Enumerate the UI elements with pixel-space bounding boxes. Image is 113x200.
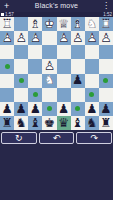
square-f1[interactable]: ♝♗: [28, 17, 42, 31]
white-rook-outline: ♖: [99, 17, 113, 31]
black-knight: ♞: [14, 116, 28, 130]
square-f3[interactable]: [28, 45, 42, 59]
square-b5[interactable]: [85, 74, 99, 88]
white-pawn-outline: ♙: [57, 31, 71, 45]
black-pawn: ♟: [99, 102, 113, 116]
square-d6[interactable]: [57, 88, 71, 102]
white-king-outline: ♔: [42, 17, 56, 31]
white-pawn-outline: ♙: [99, 31, 113, 45]
square-h6[interactable]: [0, 88, 14, 102]
toolbar: ↻ ↶ ↷: [0, 132, 113, 144]
restart-icon: ↻: [15, 134, 23, 143]
square-f6[interactable]: [28, 88, 42, 102]
square-c2[interactable]: ♟♙: [71, 31, 85, 45]
square-b2[interactable]: ♟♙: [85, 31, 99, 45]
square-f8[interactable]: ♝: [28, 116, 42, 130]
black-queen: ♛: [57, 116, 71, 130]
legal-move-dot[interactable]: [75, 106, 80, 111]
square-c7[interactable]: [71, 102, 85, 116]
square-c1[interactable]: ♝♗: [71, 17, 85, 31]
square-h3[interactable]: [0, 45, 14, 59]
square-b3[interactable]: [85, 45, 99, 59]
redo-icon: ↷: [90, 134, 98, 143]
legal-move-dot[interactable]: [33, 92, 38, 97]
black-pawn: ♟: [14, 102, 28, 116]
square-h5[interactable]: [0, 74, 14, 88]
white-pawn-outline: ♙: [85, 31, 99, 45]
square-d3[interactable]: [57, 45, 71, 59]
overflow-menu-icon[interactable]: ⋮: [102, 0, 110, 12]
white-knight-outline: ♘: [85, 17, 99, 31]
white-pawn-outline: ♙: [0, 31, 14, 45]
square-d4[interactable]: [57, 59, 71, 73]
square-c8[interactable]: ♝: [71, 116, 85, 130]
square-f4[interactable]: [28, 59, 42, 73]
white-pawn-outline: ♙: [28, 31, 42, 45]
redo-button[interactable]: ↷: [76, 132, 112, 144]
square-g2[interactable]: ♟♙: [14, 31, 28, 45]
new-game-icon[interactable]: +: [4, 0, 9, 12]
square-e1[interactable]: ♚♔: [42, 17, 56, 31]
square-e5[interactable]: ♞♘: [42, 74, 56, 88]
square-g6[interactable]: [14, 88, 28, 102]
black-pawn: ♟: [57, 102, 71, 116]
square-c5[interactable]: ♟: [71, 74, 85, 88]
square-a1[interactable]: ♜♖: [99, 17, 113, 31]
square-d7[interactable]: ♟: [57, 102, 71, 116]
square-g4[interactable]: [14, 59, 28, 73]
legal-move-dot[interactable]: [19, 78, 24, 83]
square-f2[interactable]: ♟♙: [28, 31, 42, 45]
square-g1[interactable]: [14, 17, 28, 31]
square-d8[interactable]: ♛: [57, 116, 71, 130]
square-e6[interactable]: [42, 88, 56, 102]
square-h4[interactable]: [0, 59, 14, 73]
square-a2[interactable]: ♟♙: [99, 31, 113, 45]
square-g3[interactable]: [14, 45, 28, 59]
square-e8[interactable]: ♚: [42, 116, 56, 130]
undo-icon: ↶: [53, 134, 61, 143]
square-a3[interactable]: [99, 45, 113, 59]
square-b4[interactable]: [85, 59, 99, 73]
square-a5[interactable]: [99, 74, 113, 88]
white-queen-outline: ♕: [57, 17, 71, 31]
chess-board[interactable]: ♜♖♝♗♚♔♛♕♝♗♞♘♜♖♟♙♟♙♟♙♟♙♟♙♟♙♟♙♟♙♞♘♟♟♟♟♟♟♟♜…: [0, 17, 113, 130]
square-g7[interactable]: ♟: [14, 102, 28, 116]
square-e2[interactable]: [42, 31, 56, 45]
square-c3[interactable]: [71, 45, 85, 59]
square-g8[interactable]: ♞: [14, 116, 28, 130]
page-title: Black's move: [35, 0, 78, 12]
black-king: ♚: [42, 116, 56, 130]
black-pawn: ♟: [85, 102, 99, 116]
square-b7[interactable]: ♟: [85, 102, 99, 116]
square-b8[interactable]: ♞: [85, 116, 99, 130]
square-d1[interactable]: ♛♕: [57, 17, 71, 31]
legal-move-dot[interactable]: [47, 106, 52, 111]
white-bishop-outline: ♗: [71, 17, 85, 31]
undo-button[interactable]: ↶: [39, 132, 75, 144]
black-pawn: ♟: [0, 102, 14, 116]
white-bishop-outline: ♗: [28, 17, 42, 31]
black-rook: ♜: [0, 116, 14, 130]
square-d2[interactable]: ♟♙: [57, 31, 71, 45]
restart-button[interactable]: ↻: [1, 132, 37, 144]
app-bar: + Black's move ⋮: [0, 0, 113, 12]
square-a8[interactable]: ♜: [99, 116, 113, 130]
white-rook-outline: ♖: [0, 17, 14, 31]
square-b1[interactable]: ♞♘: [85, 17, 99, 31]
square-f7[interactable]: ♟: [28, 102, 42, 116]
legal-move-dot[interactable]: [103, 78, 108, 83]
square-h2[interactable]: ♟♙: [0, 31, 14, 45]
square-h7[interactable]: ♟: [0, 102, 14, 116]
black-knight: ♞: [85, 116, 99, 130]
black-pawn: ♟: [71, 74, 85, 88]
square-e7[interactable]: [42, 102, 56, 116]
app-window: + Black's move ⋮ 1:57 1:52 ♜♖♝♗♚♔♛♕♝♗♞♘♜…: [0, 0, 113, 200]
black-bishop: ♝: [71, 116, 85, 130]
white-pawn-outline: ♙: [71, 31, 85, 45]
square-d5[interactable]: [57, 74, 71, 88]
white-pawn-outline: ♙: [14, 31, 28, 45]
square-f5[interactable]: [28, 74, 42, 88]
square-c6[interactable]: [71, 88, 85, 102]
square-h8[interactable]: ♜: [0, 116, 14, 130]
black-rook: ♜: [99, 116, 113, 130]
legal-move-dot[interactable]: [5, 64, 10, 69]
square-a7[interactable]: ♟: [99, 102, 113, 116]
legal-move-dot[interactable]: [89, 92, 94, 97]
white-knight-outline: ♘: [42, 74, 56, 88]
square-h1[interactable]: ♜♖: [0, 17, 14, 31]
black-pawn: ♟: [28, 102, 42, 116]
black-bishop: ♝: [28, 116, 42, 130]
square-a6[interactable]: [99, 88, 113, 102]
square-g5[interactable]: [14, 74, 28, 88]
square-a4[interactable]: [99, 59, 113, 73]
square-b6[interactable]: [85, 88, 99, 102]
